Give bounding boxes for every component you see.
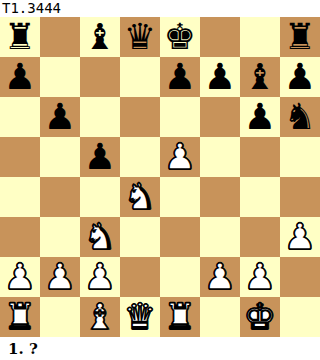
square-g3[interactable] — [240, 217, 280, 257]
black-pawn-piece: ♟ — [284, 57, 316, 97]
white-pawn-piece: ♟ — [244, 257, 276, 297]
white-pawn-piece: ♟ — [84, 257, 116, 297]
square-c5[interactable]: ♟ — [80, 137, 120, 177]
square-h6[interactable]: ♞ — [280, 97, 320, 137]
square-e7[interactable]: ♟ — [160, 57, 200, 97]
square-h4[interactable] — [280, 177, 320, 217]
square-g4[interactable] — [240, 177, 280, 217]
square-c6[interactable] — [80, 97, 120, 137]
square-d2[interactable] — [120, 257, 160, 297]
square-f7[interactable]: ♟ — [200, 57, 240, 97]
square-e4[interactable] — [160, 177, 200, 217]
square-g6[interactable]: ♟ — [240, 97, 280, 137]
black-bishop-piece: ♝ — [84, 17, 116, 57]
square-a2[interactable]: ♟ — [0, 257, 40, 297]
square-b4[interactable] — [40, 177, 80, 217]
black-pawn-piece: ♟ — [84, 137, 116, 177]
black-king-piece: ♚ — [164, 17, 196, 57]
square-h2[interactable] — [280, 257, 320, 297]
position-id-label: T1.3444 — [0, 0, 320, 17]
square-e5[interactable]: ♟ — [160, 137, 200, 177]
chess-board: ♜♝♛♚♜♟♟♟♝♟♟♟♞♟♟♞♞♟♟♟♟♟♟♜♝♛♜♚ — [0, 17, 320, 337]
white-pawn-piece: ♟ — [284, 217, 316, 257]
square-h5[interactable] — [280, 137, 320, 177]
square-f1[interactable] — [200, 297, 240, 337]
white-pawn-piece: ♟ — [4, 257, 36, 297]
white-pawn-piece: ♟ — [164, 137, 196, 177]
square-b7[interactable] — [40, 57, 80, 97]
square-b1[interactable] — [40, 297, 80, 337]
white-king-piece: ♚ — [244, 297, 276, 337]
white-rook-piece: ♜ — [4, 297, 36, 337]
square-b8[interactable] — [40, 17, 80, 57]
white-pawn-piece: ♟ — [204, 257, 236, 297]
black-pawn-piece: ♟ — [244, 97, 276, 137]
square-e6[interactable] — [160, 97, 200, 137]
square-c7[interactable] — [80, 57, 120, 97]
square-a4[interactable] — [0, 177, 40, 217]
square-g2[interactable]: ♟ — [240, 257, 280, 297]
square-a8[interactable]: ♜ — [0, 17, 40, 57]
square-c8[interactable]: ♝ — [80, 17, 120, 57]
square-h1[interactable] — [280, 297, 320, 337]
square-f6[interactable] — [200, 97, 240, 137]
white-bishop-piece: ♝ — [84, 297, 116, 337]
black-pawn-piece: ♟ — [164, 57, 196, 97]
square-a7[interactable]: ♟ — [0, 57, 40, 97]
square-a3[interactable] — [0, 217, 40, 257]
white-pawn-piece: ♟ — [44, 257, 76, 297]
square-e2[interactable] — [160, 257, 200, 297]
black-pawn-piece: ♟ — [44, 97, 76, 137]
square-g7[interactable]: ♝ — [240, 57, 280, 97]
chess-app-window: T1.3444 ♜♝♛♚♜♟♟♟♝♟♟♟♞♟♟♞♞♟♟♟♟♟♟♜♝♛♜♚ 1. … — [0, 0, 320, 360]
square-b2[interactable]: ♟ — [40, 257, 80, 297]
square-h8[interactable]: ♜ — [280, 17, 320, 57]
square-h7[interactable]: ♟ — [280, 57, 320, 97]
square-f5[interactable] — [200, 137, 240, 177]
square-b6[interactable]: ♟ — [40, 97, 80, 137]
square-f3[interactable] — [200, 217, 240, 257]
square-f2[interactable]: ♟ — [200, 257, 240, 297]
black-knight-piece: ♞ — [284, 97, 316, 137]
square-a5[interactable] — [0, 137, 40, 177]
square-c2[interactable]: ♟ — [80, 257, 120, 297]
square-e3[interactable] — [160, 217, 200, 257]
square-c1[interactable]: ♝ — [80, 297, 120, 337]
move-prompt: 1. ? — [0, 337, 320, 360]
square-d7[interactable] — [120, 57, 160, 97]
white-rook-piece: ♜ — [164, 297, 196, 337]
square-d4[interactable]: ♞ — [120, 177, 160, 217]
square-c3[interactable]: ♞ — [80, 217, 120, 257]
white-queen-piece: ♛ — [124, 297, 156, 337]
square-d8[interactable]: ♛ — [120, 17, 160, 57]
black-pawn-piece: ♟ — [4, 57, 36, 97]
white-knight-piece: ♞ — [84, 217, 116, 257]
black-queen-piece: ♛ — [124, 17, 156, 57]
square-a1[interactable]: ♜ — [0, 297, 40, 337]
white-knight-piece: ♞ — [124, 177, 156, 217]
square-d6[interactable] — [120, 97, 160, 137]
black-pawn-piece: ♟ — [204, 57, 236, 97]
square-g8[interactable] — [240, 17, 280, 57]
square-d3[interactable] — [120, 217, 160, 257]
square-c4[interactable] — [80, 177, 120, 217]
black-rook-piece: ♜ — [4, 17, 36, 57]
square-f8[interactable] — [200, 17, 240, 57]
square-d1[interactable]: ♛ — [120, 297, 160, 337]
square-f4[interactable] — [200, 177, 240, 217]
square-a6[interactable] — [0, 97, 40, 137]
square-e8[interactable]: ♚ — [160, 17, 200, 57]
square-h3[interactable]: ♟ — [280, 217, 320, 257]
black-rook-piece: ♜ — [284, 17, 316, 57]
square-d5[interactable] — [120, 137, 160, 177]
square-g5[interactable] — [240, 137, 280, 177]
square-b3[interactable] — [40, 217, 80, 257]
square-b5[interactable] — [40, 137, 80, 177]
square-g1[interactable]: ♚ — [240, 297, 280, 337]
square-e1[interactable]: ♜ — [160, 297, 200, 337]
black-bishop-piece: ♝ — [244, 57, 276, 97]
